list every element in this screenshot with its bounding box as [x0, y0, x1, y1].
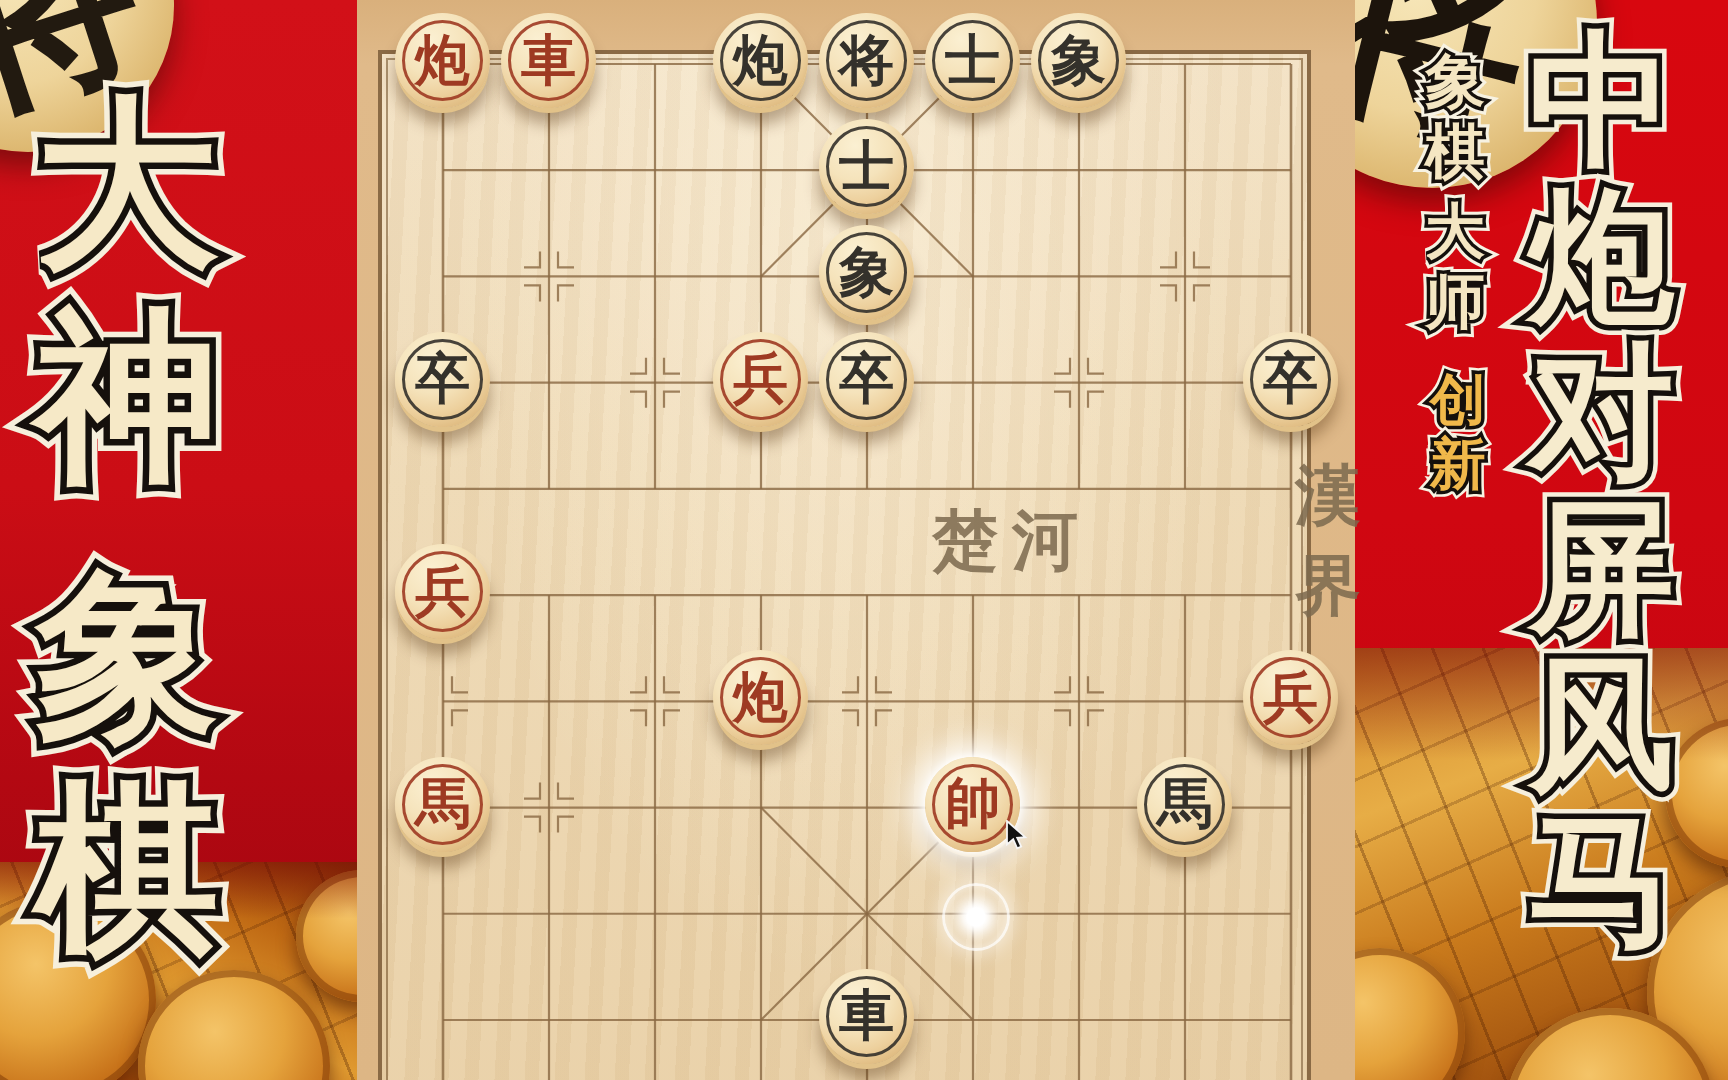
piece-glyph: 士 — [925, 13, 1020, 108]
right-subtitle: 象象象棋棋棋大大大师师师 — [1420, 46, 1491, 336]
piece-red-soldier[interactable]: 兵 — [1243, 650, 1338, 745]
piece-black-horse[interactable]: 馬 — [1137, 757, 1232, 852]
piece-red-soldier[interactable]: 兵 — [713, 332, 808, 427]
piece-red-chariot[interactable]: 車 — [501, 13, 596, 108]
piece-glyph: 炮 — [713, 13, 808, 108]
banner-char: 象象象 — [1420, 46, 1491, 116]
piece-glyph: 馬 — [395, 757, 490, 852]
piece-black-advisor[interactable]: 士 — [925, 13, 1020, 108]
piece-glyph: 将 — [819, 13, 914, 108]
piece-glyph: 士 — [819, 119, 914, 214]
banner-char: 象象象 — [18, 550, 235, 762]
piece-glyph: 炮 — [713, 650, 808, 745]
piece-glyph: 車 — [501, 13, 596, 108]
piece-black-elephant[interactable]: 象 — [1031, 13, 1126, 108]
banner-char: 神神神 — [18, 290, 235, 502]
piece-black-soldier[interactable]: 卒 — [819, 332, 914, 427]
piece-glyph: 卒 — [819, 332, 914, 427]
move-source-marker — [942, 883, 1010, 951]
piece-black-advisor[interactable]: 士 — [819, 119, 914, 214]
piece-glyph: 炮 — [395, 13, 490, 108]
banner-char: 大大大 — [1420, 196, 1491, 266]
banner-char: 大大大 — [18, 78, 235, 290]
piece-glyph: 馬 — [1137, 757, 1232, 852]
banner-char: 创创创 — [1425, 368, 1491, 432]
piece-glyph: 車 — [819, 969, 914, 1064]
left-title: 大大大神神神象象象棋棋棋 — [18, 78, 235, 974]
piece-black-soldier[interactable]: 卒 — [395, 332, 490, 427]
piece-black-cannon[interactable]: 炮 — [713, 13, 808, 108]
right-title: 中中中炮炮炮对对对屏屏屏风风风马马马 — [1515, 22, 1687, 958]
piece-glyph: 兵 — [395, 544, 490, 639]
banner-char: 棋棋棋 — [1420, 116, 1491, 186]
piece-black-chariot[interactable]: 車 — [819, 969, 914, 1064]
piece-red-cannon[interactable]: 炮 — [713, 650, 808, 745]
banner-char: 炮炮炮 — [1515, 178, 1687, 334]
banner-char: 风风风 — [1515, 646, 1687, 802]
piece-black-general[interactable]: 将 — [819, 13, 914, 108]
piece-red-cannon[interactable]: 炮 — [395, 13, 490, 108]
screenshot-root: 楚河 漢界 炮車炮将士象士象卒兵卒卒兵炮兵馬帥馬車 将 大大大神神神象象象棋棋棋… — [0, 0, 1728, 1080]
right-subtitle2: 创创创新新新 — [1425, 368, 1491, 496]
banner-char: 新新新 — [1425, 432, 1491, 496]
piece-red-horse[interactable]: 馬 — [395, 757, 490, 852]
piece-glyph: 卒 — [1243, 332, 1338, 427]
piece-glyph: 象 — [1031, 13, 1126, 108]
piece-glyph: 兵 — [713, 332, 808, 427]
banner-char: 屏屏屏 — [1515, 490, 1687, 646]
piece-glyph: 卒 — [395, 332, 490, 427]
banner-char: 棋棋棋 — [18, 762, 235, 974]
piece-glyph: 象 — [819, 225, 914, 320]
piece-red-soldier[interactable]: 兵 — [395, 544, 490, 639]
banner-char: 马马马 — [1515, 802, 1687, 958]
banner-char: 师师师 — [1420, 266, 1491, 336]
mouse-cursor — [1006, 820, 1032, 854]
piece-black-soldier[interactable]: 卒 — [1243, 332, 1338, 427]
banner-char: 对对对 — [1515, 334, 1687, 490]
piece-glyph: 兵 — [1243, 650, 1338, 745]
banner-char: 中中中 — [1515, 22, 1687, 178]
piece-black-elephant[interactable]: 象 — [819, 225, 914, 320]
